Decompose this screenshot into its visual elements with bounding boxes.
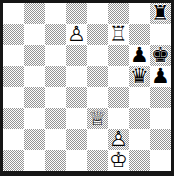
piece-white-queen: ♛♕ — [87, 108, 108, 129]
square-c2[interactable] — [45, 129, 66, 150]
piece-black-rook: ♜ — [150, 3, 171, 24]
square-a8[interactable] — [3, 3, 24, 24]
square-e2[interactable] — [87, 129, 108, 150]
piece-black-queen: ♛ — [129, 66, 150, 87]
piece-white-pawn: ♟♙ — [108, 129, 129, 150]
piece-black-pawn: ♟ — [150, 66, 171, 87]
square-h4[interactable] — [150, 87, 171, 108]
square-g7[interactable] — [129, 24, 150, 45]
square-b2[interactable] — [24, 129, 45, 150]
square-b5[interactable] — [24, 66, 45, 87]
square-b7[interactable] — [24, 24, 45, 45]
square-h6[interactable]: ♚ — [150, 45, 171, 66]
square-g2[interactable] — [129, 129, 150, 150]
square-g3[interactable] — [129, 108, 150, 129]
square-e8[interactable] — [87, 3, 108, 24]
square-c4[interactable] — [45, 87, 66, 108]
square-d6[interactable] — [66, 45, 87, 66]
piece-black-pawn: ♟ — [129, 45, 150, 66]
square-b3[interactable] — [24, 108, 45, 129]
square-c6[interactable] — [45, 45, 66, 66]
square-h8[interactable]: ♜ — [150, 3, 171, 24]
square-c3[interactable] — [45, 108, 66, 129]
square-h2[interactable] — [150, 129, 171, 150]
square-d5[interactable] — [66, 66, 87, 87]
piece-white-pawn: ♟♙ — [66, 24, 87, 45]
square-a1[interactable] — [3, 150, 24, 171]
piece-black-king: ♚ — [150, 45, 171, 66]
square-e4[interactable] — [87, 87, 108, 108]
square-e3[interactable]: ♛♕ — [87, 108, 108, 129]
square-h7[interactable] — [150, 24, 171, 45]
square-c8[interactable] — [45, 3, 66, 24]
square-f1[interactable]: ♚♔ — [108, 150, 129, 171]
square-c5[interactable] — [45, 66, 66, 87]
square-b6[interactable] — [24, 45, 45, 66]
piece-white-king: ♚♔ — [108, 150, 129, 171]
square-b1[interactable] — [24, 150, 45, 171]
square-h3[interactable] — [150, 108, 171, 129]
square-f4[interactable] — [108, 87, 129, 108]
square-e6[interactable] — [87, 45, 108, 66]
square-a6[interactable] — [3, 45, 24, 66]
square-f3[interactable] — [108, 108, 129, 129]
square-e7[interactable] — [87, 24, 108, 45]
square-f2[interactable]: ♟♙ — [108, 129, 129, 150]
square-g6[interactable]: ♟ — [129, 45, 150, 66]
square-d8[interactable] — [66, 3, 87, 24]
square-f5[interactable] — [108, 66, 129, 87]
square-d3[interactable] — [66, 108, 87, 129]
square-d1[interactable] — [66, 150, 87, 171]
square-g4[interactable] — [129, 87, 150, 108]
square-a5[interactable] — [3, 66, 24, 87]
square-c1[interactable] — [45, 150, 66, 171]
square-d7[interactable]: ♟♙ — [66, 24, 87, 45]
square-g1[interactable] — [129, 150, 150, 171]
square-d2[interactable] — [66, 129, 87, 150]
square-h5[interactable]: ♟ — [150, 66, 171, 87]
square-f7[interactable]: ♜♖ — [108, 24, 129, 45]
square-e1[interactable] — [87, 150, 108, 171]
square-f8[interactable] — [108, 3, 129, 24]
square-g8[interactable] — [129, 3, 150, 24]
square-b8[interactable] — [24, 3, 45, 24]
square-h1[interactable] — [150, 150, 171, 171]
square-g5[interactable]: ♛ — [129, 66, 150, 87]
square-d4[interactable] — [66, 87, 87, 108]
chess-board: ♜♟♙♜♖♟♚♛♟♛♕♟♙♚♔ — [3, 3, 171, 171]
square-b4[interactable] — [24, 87, 45, 108]
chess-window-frame: ♜♟♙♜♖♟♚♛♟♛♕♟♙♚♔ — [0, 0, 174, 176]
square-e5[interactable] — [87, 66, 108, 87]
square-c7[interactable] — [45, 24, 66, 45]
square-f6[interactable] — [108, 45, 129, 66]
square-a7[interactable] — [3, 24, 24, 45]
square-a2[interactable] — [3, 129, 24, 150]
square-a3[interactable] — [3, 108, 24, 129]
piece-white-rook: ♜♖ — [108, 24, 129, 45]
square-a4[interactable] — [3, 87, 24, 108]
